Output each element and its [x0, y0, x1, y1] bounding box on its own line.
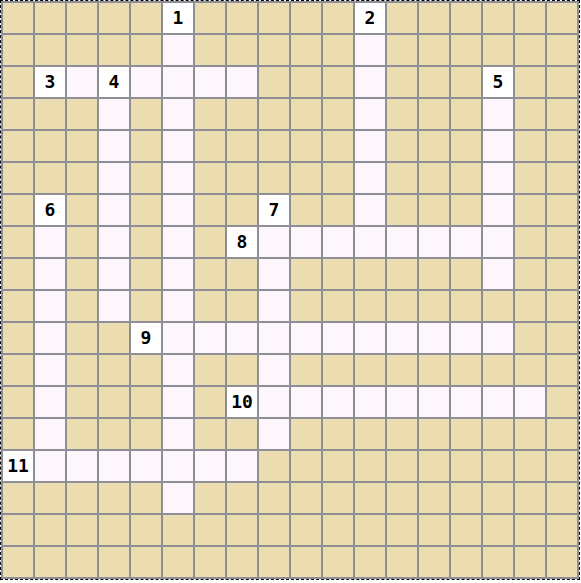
block-r6-c16 [515, 195, 545, 225]
block-r3-c9 [291, 99, 321, 129]
block-r0-c17 [547, 3, 577, 33]
cell-r10-c11[interactable] [355, 323, 385, 353]
block-r6-c10 [323, 195, 353, 225]
block-r15-c3 [99, 483, 129, 513]
block-r2-c0 [3, 67, 33, 97]
block-r13-c11 [355, 419, 385, 449]
block-r1-c16 [515, 35, 545, 65]
block-r11-c13 [419, 355, 449, 385]
block-r4-c7 [227, 131, 257, 161]
block-r4-c8 [259, 131, 289, 161]
block-r8-c14 [451, 259, 481, 289]
numbered-cell-8-r7-c7[interactable]: 8 [227, 227, 257, 257]
block-r5-c7 [227, 163, 257, 193]
block-r15-c12 [387, 483, 417, 513]
cell-r2-c6[interactable] [195, 67, 225, 97]
cell-r6-c11[interactable] [355, 195, 385, 225]
block-r3-c4 [131, 99, 161, 129]
block-r17-c9 [291, 547, 321, 577]
cell-r6-c3[interactable] [99, 195, 129, 225]
block-r16-c9 [291, 515, 321, 545]
cell-r5-c3[interactable] [99, 163, 129, 193]
block-r2-c9 [291, 67, 321, 97]
cell-r12-c14[interactable] [451, 387, 481, 417]
block-r0-c3 [99, 3, 129, 33]
cell-r11-c5[interactable] [163, 355, 193, 385]
block-r17-c15 [483, 547, 513, 577]
block-r5-c2 [67, 163, 97, 193]
numbered-cell-10-r12-c7[interactable]: 10 [227, 387, 257, 417]
block-r14-c9 [291, 451, 321, 481]
block-r13-c10 [323, 419, 353, 449]
block-r16-c14 [451, 515, 481, 545]
block-r3-c14 [451, 99, 481, 129]
block-r5-c14 [451, 163, 481, 193]
block-r13-c2 [67, 419, 97, 449]
block-r8-c7 [227, 259, 257, 289]
cell-r7-c15[interactable] [483, 227, 513, 257]
cell-r7-c12[interactable] [387, 227, 417, 257]
block-r11-c3 [99, 355, 129, 385]
block-r6-c13 [419, 195, 449, 225]
block-r1-c1 [35, 35, 65, 65]
cell-r7-c13[interactable] [419, 227, 449, 257]
block-r10-c16 [515, 323, 545, 353]
block-r0-c12 [387, 3, 417, 33]
cell-r10-c15[interactable] [483, 323, 513, 353]
cell-r12-c10[interactable] [323, 387, 353, 417]
block-r13-c6 [195, 419, 225, 449]
block-r17-c14 [451, 547, 481, 577]
block-r8-c11 [355, 259, 385, 289]
cell-r6-c15[interactable] [483, 195, 513, 225]
block-r5-c8 [259, 163, 289, 193]
block-r13-c17 [547, 419, 577, 449]
block-r14-c17 [547, 451, 577, 481]
block-r14-c8 [259, 451, 289, 481]
block-r6-c2 [67, 195, 97, 225]
block-r8-c13 [419, 259, 449, 289]
block-r17-c10 [323, 547, 353, 577]
cell-r12-c16[interactable] [515, 387, 545, 417]
cell-r3-c11[interactable] [355, 99, 385, 129]
block-r16-c4 [131, 515, 161, 545]
block-r11-c10 [323, 355, 353, 385]
block-r5-c4 [131, 163, 161, 193]
numbered-cell-9-r10-c4[interactable]: 9 [131, 323, 161, 353]
block-r1-c17 [547, 35, 577, 65]
cell-r8-c1[interactable] [35, 259, 65, 289]
cell-r15-c5[interactable] [163, 483, 193, 513]
cell-r5-c5[interactable] [163, 163, 193, 193]
block-r0-c13 [419, 3, 449, 33]
block-r7-c2 [67, 227, 97, 257]
block-r3-c17 [547, 99, 577, 129]
block-r5-c9 [291, 163, 321, 193]
block-r16-c2 [67, 515, 97, 545]
block-r16-c1 [35, 515, 65, 545]
block-r2-c8 [259, 67, 289, 97]
cell-r5-c11[interactable] [355, 163, 385, 193]
block-r16-c8 [259, 515, 289, 545]
block-r13-c0 [3, 419, 33, 449]
cell-r10-c8[interactable] [259, 323, 289, 353]
cell-r2-c7[interactable] [227, 67, 257, 97]
block-r9-c0 [3, 291, 33, 321]
cell-r10-c9[interactable] [291, 323, 321, 353]
block-r16-c17 [547, 515, 577, 545]
cell-r4-c3[interactable] [99, 131, 129, 161]
block-r9-c4 [131, 291, 161, 321]
block-r5-c1 [35, 163, 65, 193]
cell-r12-c8[interactable] [259, 387, 289, 417]
block-r0-c6 [195, 3, 225, 33]
cell-r5-c15[interactable] [483, 163, 513, 193]
cell-r10-c6[interactable] [195, 323, 225, 353]
block-r1-c6 [195, 35, 225, 65]
block-r17-c3 [99, 547, 129, 577]
block-r6-c9 [291, 195, 321, 225]
block-r6-c17 [547, 195, 577, 225]
block-r6-c0 [3, 195, 33, 225]
numbered-cell-4-r2-c3[interactable]: 4 [99, 67, 129, 97]
block-r17-c7 [227, 547, 257, 577]
block-r15-c9 [291, 483, 321, 513]
block-r12-c0 [3, 387, 33, 417]
block-r9-c11 [355, 291, 385, 321]
cell-r10-c10[interactable] [323, 323, 353, 353]
block-r11-c16 [515, 355, 545, 385]
block-r16-c3 [99, 515, 129, 545]
block-r15-c6 [195, 483, 225, 513]
block-r15-c14 [451, 483, 481, 513]
block-r17-c2 [67, 547, 97, 577]
block-r12-c17 [547, 387, 577, 417]
cell-r13-c5[interactable] [163, 419, 193, 449]
cell-r9-c3[interactable] [99, 291, 129, 321]
block-r15-c0 [3, 483, 33, 513]
block-r9-c17 [547, 291, 577, 321]
cell-r12-c9[interactable] [291, 387, 321, 417]
block-r15-c13 [419, 483, 449, 513]
cell-r7-c14[interactable] [451, 227, 481, 257]
block-r2-c14 [451, 67, 481, 97]
block-r15-c10 [323, 483, 353, 513]
block-r4-c10 [323, 131, 353, 161]
block-r15-c15 [483, 483, 513, 513]
block-r5-c16 [515, 163, 545, 193]
cell-r11-c1[interactable] [35, 355, 65, 385]
block-r17-c16 [515, 547, 545, 577]
block-r12-c4 [131, 387, 161, 417]
block-r1-c13 [419, 35, 449, 65]
block-r10-c17 [547, 323, 577, 353]
block-r0-c1 [35, 3, 65, 33]
block-r0-c0 [3, 3, 33, 33]
cell-r9-c8[interactable] [259, 291, 289, 321]
block-r1-c4 [131, 35, 161, 65]
block-r5-c12 [387, 163, 417, 193]
block-r0-c16 [515, 3, 545, 33]
block-r1-c7 [227, 35, 257, 65]
block-r2-c12 [387, 67, 417, 97]
cell-r10-c14[interactable] [451, 323, 481, 353]
block-r9-c14 [451, 291, 481, 321]
cell-r14-c7[interactable] [227, 451, 257, 481]
crossword-board: 1234567891011 [0, 0, 580, 580]
block-r12-c6 [195, 387, 225, 417]
block-r0-c14 [451, 3, 481, 33]
block-r13-c14 [451, 419, 481, 449]
block-r4-c14 [451, 131, 481, 161]
numbered-cell-6-r6-c1[interactable]: 6 [35, 195, 65, 225]
block-r3-c6 [195, 99, 225, 129]
block-r0-c8 [259, 3, 289, 33]
block-r7-c17 [547, 227, 577, 257]
block-r2-c10 [323, 67, 353, 97]
block-r11-c4 [131, 355, 161, 385]
block-r3-c13 [419, 99, 449, 129]
cell-r9-c5[interactable] [163, 291, 193, 321]
cell-r12-c15[interactable] [483, 387, 513, 417]
block-r5-c6 [195, 163, 225, 193]
cell-r7-c3[interactable] [99, 227, 129, 257]
cell-r1-c5[interactable] [163, 35, 193, 65]
cell-r3-c15[interactable] [483, 99, 513, 129]
cell-r4-c5[interactable] [163, 131, 193, 161]
cell-r10-c13[interactable] [419, 323, 449, 353]
block-r0-c10 [323, 3, 353, 33]
cell-r7-c11[interactable] [355, 227, 385, 257]
block-r16-c11 [355, 515, 385, 545]
block-r16-c16 [515, 515, 545, 545]
block-r11-c12 [387, 355, 417, 385]
cell-r7-c10[interactable] [323, 227, 353, 257]
cell-r7-c9[interactable] [291, 227, 321, 257]
cell-r7-c1[interactable] [35, 227, 65, 257]
cell-r14-c3[interactable] [99, 451, 129, 481]
block-r7-c16 [515, 227, 545, 257]
cell-r1-c11[interactable] [355, 35, 385, 65]
cell-r13-c1[interactable] [35, 419, 65, 449]
block-r17-c17 [547, 547, 577, 577]
block-r3-c1 [35, 99, 65, 129]
block-r0-c15 [483, 3, 513, 33]
block-r16-c5 [163, 515, 193, 545]
block-r17-c1 [35, 547, 65, 577]
cell-r3-c3[interactable] [99, 99, 129, 129]
block-r15-c4 [131, 483, 161, 513]
cell-r8-c15[interactable] [483, 259, 513, 289]
block-r0-c7 [227, 3, 257, 33]
cell-r3-c5[interactable] [163, 99, 193, 129]
block-r14-c14 [451, 451, 481, 481]
block-r17-c0 [3, 547, 33, 577]
block-r1-c2 [67, 35, 97, 65]
cell-r9-c1[interactable] [35, 291, 65, 321]
block-r0-c2 [67, 3, 97, 33]
block-r16-c12 [387, 515, 417, 545]
block-r8-c4 [131, 259, 161, 289]
block-r1-c10 [323, 35, 353, 65]
block-r2-c13 [419, 67, 449, 97]
cell-r6-c5[interactable] [163, 195, 193, 225]
block-r4-c0 [3, 131, 33, 161]
block-r5-c13 [419, 163, 449, 193]
block-r13-c12 [387, 419, 417, 449]
cell-r7-c8[interactable] [259, 227, 289, 257]
block-r4-c2 [67, 131, 97, 161]
block-r16-c15 [483, 515, 513, 545]
cell-r14-c6[interactable] [195, 451, 225, 481]
cell-r10-c12[interactable] [387, 323, 417, 353]
block-r13-c13 [419, 419, 449, 449]
block-r3-c8 [259, 99, 289, 129]
block-r4-c6 [195, 131, 225, 161]
cell-r14-c1[interactable] [35, 451, 65, 481]
block-r7-c6 [195, 227, 225, 257]
block-r17-c12 [387, 547, 417, 577]
cell-r14-c4[interactable] [131, 451, 161, 481]
cell-r7-c5[interactable] [163, 227, 193, 257]
cell-r8-c8[interactable] [259, 259, 289, 289]
block-r6-c12 [387, 195, 417, 225]
cell-r12-c5[interactable] [163, 387, 193, 417]
block-r9-c13 [419, 291, 449, 321]
block-r4-c9 [291, 131, 321, 161]
cell-r10-c7[interactable] [227, 323, 257, 353]
block-r15-c11 [355, 483, 385, 513]
block-r4-c12 [387, 131, 417, 161]
block-r16-c10 [323, 515, 353, 545]
block-r4-c1 [35, 131, 65, 161]
block-r1-c8 [259, 35, 289, 65]
cell-r14-c2[interactable] [67, 451, 97, 481]
block-r8-c2 [67, 259, 97, 289]
block-r4-c16 [515, 131, 545, 161]
cell-r10-c5[interactable] [163, 323, 193, 353]
block-r15-c8 [259, 483, 289, 513]
block-r15-c2 [67, 483, 97, 513]
block-r5-c17 [547, 163, 577, 193]
block-r6-c6 [195, 195, 225, 225]
block-r5-c0 [3, 163, 33, 193]
numbered-cell-3-r2-c1[interactable]: 3 [35, 67, 65, 97]
numbered-cell-1-r0-c5[interactable]: 1 [163, 3, 193, 33]
block-r11-c15 [483, 355, 513, 385]
block-r3-c10 [323, 99, 353, 129]
block-r11-c11 [355, 355, 385, 385]
cell-r14-c5[interactable] [163, 451, 193, 481]
block-r6-c4 [131, 195, 161, 225]
block-r3-c7 [227, 99, 257, 129]
block-r9-c12 [387, 291, 417, 321]
block-r6-c7 [227, 195, 257, 225]
block-r4-c13 [419, 131, 449, 161]
block-r16-c0 [3, 515, 33, 545]
block-r14-c11 [355, 451, 385, 481]
block-r2-c17 [547, 67, 577, 97]
block-r11-c0 [3, 355, 33, 385]
block-r8-c6 [195, 259, 225, 289]
block-r11-c17 [547, 355, 577, 385]
block-r3-c0 [3, 99, 33, 129]
block-r8-c0 [3, 259, 33, 289]
block-r8-c9 [291, 259, 321, 289]
block-r9-c6 [195, 291, 225, 321]
block-r14-c12 [387, 451, 417, 481]
block-r13-c7 [227, 419, 257, 449]
cell-r12-c11[interactable] [355, 387, 385, 417]
block-r15-c1 [35, 483, 65, 513]
block-r1-c9 [291, 35, 321, 65]
cell-r4-c15[interactable] [483, 131, 513, 161]
cell-r10-c1[interactable] [35, 323, 65, 353]
block-r14-c10 [323, 451, 353, 481]
cell-r12-c12[interactable] [387, 387, 417, 417]
block-r3-c2 [67, 99, 97, 129]
block-r11-c7 [227, 355, 257, 385]
cell-r12-c1[interactable] [35, 387, 65, 417]
block-r16-c6 [195, 515, 225, 545]
block-r8-c10 [323, 259, 353, 289]
cell-r11-c8[interactable] [259, 355, 289, 385]
block-r7-c4 [131, 227, 161, 257]
cell-r13-c8[interactable] [259, 419, 289, 449]
cell-r12-c13[interactable] [419, 387, 449, 417]
block-r1-c15 [483, 35, 513, 65]
block-r13-c15 [483, 419, 513, 449]
block-r12-c3 [99, 387, 129, 417]
block-r4-c4 [131, 131, 161, 161]
block-r11-c2 [67, 355, 97, 385]
cell-r2-c11[interactable] [355, 67, 385, 97]
block-r14-c13 [419, 451, 449, 481]
block-r9-c10 [323, 291, 353, 321]
block-r13-c3 [99, 419, 129, 449]
block-r15-c16 [515, 483, 545, 513]
cell-r4-c11[interactable] [355, 131, 385, 161]
numbered-cell-11-r14-c0[interactable]: 11 [3, 451, 33, 481]
block-r1-c0 [3, 35, 33, 65]
cell-r8-c5[interactable] [163, 259, 193, 289]
block-r17-c11 [355, 547, 385, 577]
cell-r2-c5[interactable] [163, 67, 193, 97]
block-r3-c16 [515, 99, 545, 129]
block-r1-c3 [99, 35, 129, 65]
block-r9-c7 [227, 291, 257, 321]
cell-r8-c3[interactable] [99, 259, 129, 289]
block-r8-c12 [387, 259, 417, 289]
block-r1-c14 [451, 35, 481, 65]
block-r13-c9 [291, 419, 321, 449]
block-r9-c15 [483, 291, 513, 321]
block-r2-c16 [515, 67, 545, 97]
block-r13-c16 [515, 419, 545, 449]
block-r7-c0 [3, 227, 33, 257]
block-r17-c6 [195, 547, 225, 577]
block-r16-c13 [419, 515, 449, 545]
numbered-cell-2-r0-c11[interactable]: 2 [355, 3, 385, 33]
block-r9-c2 [67, 291, 97, 321]
block-r10-c3 [99, 323, 129, 353]
crossword-grid: 1234567891011 [1, 1, 579, 579]
cell-r2-c4[interactable] [131, 67, 161, 97]
numbered-cell-7-r6-c8[interactable]: 7 [259, 195, 289, 225]
numbered-cell-5-r2-c15[interactable]: 5 [483, 67, 513, 97]
cell-r2-c2[interactable] [67, 67, 97, 97]
block-r9-c9 [291, 291, 321, 321]
